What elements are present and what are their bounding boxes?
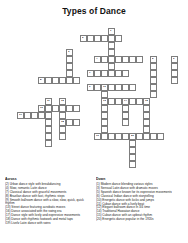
grid-cell[interactable] — [157, 133, 164, 140]
clue-number: 15 — [145, 99, 148, 102]
down-clues-section: Down (1) Modern dance blending various s… — [96, 177, 186, 243]
clue-number: 16 — [40, 106, 43, 109]
clue-number: 11 — [47, 99, 50, 102]
grid-cell[interactable] — [115, 35, 122, 42]
grid-cell[interactable] — [129, 161, 136, 168]
grid-cell[interactable] — [45, 140, 52, 147]
crossword-grid: 1234567891011121314151617181920 — [10, 28, 178, 168]
clue-number: 6 — [173, 57, 174, 60]
clue-item: (19) Lively Latin dance with spins — [5, 221, 93, 225]
clue-number: 12 — [61, 99, 64, 102]
grid-cell[interactable] — [122, 119, 129, 126]
clue-number: 19 — [96, 134, 99, 137]
grid-cell[interactable] — [73, 77, 80, 84]
grid-cell[interactable] — [136, 56, 143, 63]
down-header: Down — [96, 177, 186, 181]
clue-number: 8 — [40, 78, 41, 81]
clue-item: (17) Dance style with lively and express… — [5, 213, 93, 217]
grid-cell[interactable] — [73, 119, 80, 126]
clue-number: 4 — [96, 57, 97, 60]
clue-number: 2 — [82, 36, 83, 39]
clue-number: 9 — [89, 85, 90, 88]
clue-number: 7 — [89, 71, 90, 74]
grid-cell[interactable] — [150, 91, 157, 98]
grid-cell[interactable] — [171, 77, 178, 84]
grid-cell[interactable] — [59, 133, 66, 140]
clue-number: 1 — [110, 29, 111, 32]
clue-number: 18 — [61, 120, 64, 123]
grid-cell[interactable] — [73, 105, 80, 112]
clue-number: 5 — [152, 57, 153, 60]
down-clues-list: (1) Modern dance blending various styles… — [96, 182, 186, 221]
across-header: Across — [5, 177, 93, 181]
clue-item: (20) Energetic dance popular in the 1920… — [96, 217, 186, 221]
across-clues-section: Across (2) Urban dance style with breakd… — [5, 177, 93, 243]
clue-number: 17 — [19, 113, 22, 116]
grid-cell[interactable] — [122, 70, 129, 77]
clue-number: 3 — [68, 50, 69, 53]
puzzle-title: Types of Dance — [0, 6, 188, 16]
clue-number: 14 — [124, 99, 127, 102]
clue-number: 10 — [103, 85, 106, 88]
clue-number: 13 — [103, 99, 106, 102]
grid-cell[interactable] — [129, 84, 136, 91]
across-clues-list: (2) Urban dance style with breakdancing(… — [5, 182, 93, 225]
clue-item: (9) Smooth ballroom dance with a slow, s… — [5, 197, 93, 204]
clue-number: 20 — [131, 134, 134, 137]
